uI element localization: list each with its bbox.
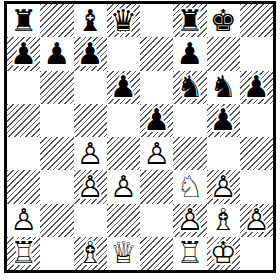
square-e5: ♟ — [140, 104, 173, 137]
square-b6 — [40, 71, 73, 104]
square-d8: ♛ — [107, 4, 140, 37]
square-a1: ♜♖ — [7, 237, 40, 270]
square-d3: ♟♙ — [107, 170, 140, 203]
square-f2: ♟♙ — [173, 204, 206, 237]
square-d1: ♛♕ — [107, 237, 140, 270]
piece-outline-layer: ♗ — [207, 204, 240, 237]
square-b4 — [40, 137, 73, 170]
white-king: ♚♔ — [207, 237, 240, 270]
piece-solid-layer: ♜ — [7, 4, 40, 37]
white-bishop: ♝♗ — [207, 204, 240, 237]
square-c5 — [74, 104, 107, 137]
square-f8: ♜ — [173, 4, 206, 37]
square-b1 — [40, 237, 73, 270]
black-pawn: ♟ — [107, 71, 140, 104]
square-g4 — [207, 137, 240, 170]
square-e1 — [140, 237, 173, 270]
piece-solid-layer: ♞ — [173, 71, 206, 104]
square-b2 — [40, 204, 73, 237]
piece-outline-layer: ♖ — [7, 237, 40, 270]
piece-solid-layer: ♛ — [107, 4, 140, 37]
square-a6 — [7, 71, 40, 104]
black-pawn: ♟ — [240, 71, 273, 104]
chess-diagram-page: ♜♝♛♜♚♟♟♟♟♟♞♞♟♟♟♟♙♟♙♟♙♟♙♞♘♟♙♟♙♟♙♝♗♟♙♜♖♝♗♛… — [0, 0, 280, 280]
square-g8: ♚ — [207, 4, 240, 37]
white-knight: ♞♘ — [173, 170, 206, 203]
square-e4: ♟♙ — [140, 137, 173, 170]
square-a8: ♜ — [7, 4, 40, 37]
piece-solid-layer: ♟ — [140, 104, 173, 137]
square-e3 — [140, 170, 173, 203]
piece-outline-layer: ♙ — [207, 170, 240, 203]
square-h4 — [240, 137, 273, 170]
piece-outline-layer: ♙ — [173, 204, 206, 237]
square-d7 — [107, 37, 140, 70]
piece-solid-layer: ♟ — [40, 37, 73, 70]
black-pawn: ♟ — [207, 104, 240, 137]
white-pawn: ♟♙ — [207, 170, 240, 203]
piece-outline-layer: ♗ — [74, 237, 107, 270]
piece-outline-layer: ♙ — [107, 170, 140, 203]
piece-outline-layer: ♙ — [74, 137, 107, 170]
black-pawn: ♟ — [173, 37, 206, 70]
piece-outline-layer: ♕ — [107, 237, 140, 270]
square-a3 — [7, 170, 40, 203]
square-a5 — [7, 104, 40, 137]
piece-solid-layer: ♟ — [240, 71, 273, 104]
square-a2: ♟♙ — [7, 204, 40, 237]
piece-outline-layer: ♖ — [173, 237, 206, 270]
square-e6 — [140, 71, 173, 104]
square-h7 — [240, 37, 273, 70]
square-b8 — [40, 4, 73, 37]
square-c6 — [74, 71, 107, 104]
square-h2: ♟♙ — [240, 204, 273, 237]
piece-outline-layer: ♙ — [74, 170, 107, 203]
piece-solid-layer: ♟ — [173, 37, 206, 70]
black-king: ♚ — [207, 4, 240, 37]
square-d6: ♟ — [107, 71, 140, 104]
square-f4 — [173, 137, 206, 170]
piece-solid-layer: ♟ — [74, 37, 107, 70]
square-b3 — [40, 170, 73, 203]
piece-outline-layer: ♘ — [173, 170, 206, 203]
black-bishop: ♝ — [74, 4, 107, 37]
square-g3: ♟♙ — [207, 170, 240, 203]
white-rook: ♜♖ — [7, 237, 40, 270]
square-g6: ♞ — [207, 71, 240, 104]
square-a7: ♟ — [7, 37, 40, 70]
black-pawn: ♟ — [40, 37, 73, 70]
square-h5 — [240, 104, 273, 137]
piece-solid-layer: ♞ — [207, 71, 240, 104]
piece-solid-layer: ♟ — [7, 37, 40, 70]
white-pawn: ♟♙ — [240, 204, 273, 237]
square-e7 — [140, 37, 173, 70]
piece-outline-layer: ♔ — [207, 237, 240, 270]
square-a4 — [7, 137, 40, 170]
white-pawn: ♟♙ — [74, 137, 107, 170]
black-pawn: ♟ — [74, 37, 107, 70]
square-e8 — [140, 4, 173, 37]
piece-solid-layer: ♜ — [173, 4, 206, 37]
black-pawn: ♟ — [7, 37, 40, 70]
white-pawn: ♟♙ — [7, 204, 40, 237]
square-g5: ♟ — [207, 104, 240, 137]
square-c4: ♟♙ — [74, 137, 107, 170]
black-rook: ♜ — [7, 4, 40, 37]
white-pawn: ♟♙ — [173, 204, 206, 237]
square-c2 — [74, 204, 107, 237]
black-knight: ♞ — [207, 71, 240, 104]
piece-outline-layer: ♙ — [7, 204, 40, 237]
square-b5 — [40, 104, 73, 137]
square-c3: ♟♙ — [74, 170, 107, 203]
square-h3 — [240, 170, 273, 203]
white-pawn: ♟♙ — [74, 170, 107, 203]
square-h8 — [240, 4, 273, 37]
square-f5 — [173, 104, 206, 137]
chess-board: ♜♝♛♜♚♟♟♟♟♟♞♞♟♟♟♟♙♟♙♟♙♟♙♞♘♟♙♟♙♟♙♝♗♟♙♜♖♝♗♛… — [4, 1, 276, 273]
piece-solid-layer: ♟ — [107, 71, 140, 104]
piece-outline-layer: ♙ — [140, 137, 173, 170]
black-pawn: ♟ — [140, 104, 173, 137]
white-queen: ♛♕ — [107, 237, 140, 270]
square-f7: ♟ — [173, 37, 206, 70]
square-g7 — [207, 37, 240, 70]
piece-solid-layer: ♚ — [207, 4, 240, 37]
square-d2 — [107, 204, 140, 237]
black-queen: ♛ — [107, 4, 140, 37]
square-f3: ♞♘ — [173, 170, 206, 203]
square-g2: ♝♗ — [207, 204, 240, 237]
white-bishop: ♝♗ — [74, 237, 107, 270]
square-c7: ♟ — [74, 37, 107, 70]
square-h1 — [240, 237, 273, 270]
white-rook: ♜♖ — [173, 237, 206, 270]
square-h6: ♟ — [240, 71, 273, 104]
square-b7: ♟ — [40, 37, 73, 70]
square-e2 — [140, 204, 173, 237]
piece-solid-layer: ♝ — [74, 4, 107, 37]
black-rook: ♜ — [173, 4, 206, 37]
white-pawn: ♟♙ — [107, 170, 140, 203]
black-knight: ♞ — [173, 71, 206, 104]
square-f6: ♞ — [173, 71, 206, 104]
square-g1: ♚♔ — [207, 237, 240, 270]
piece-outline-layer: ♙ — [240, 204, 273, 237]
square-c8: ♝ — [74, 4, 107, 37]
square-f1: ♜♖ — [173, 237, 206, 270]
piece-solid-layer: ♟ — [207, 104, 240, 137]
square-c1: ♝♗ — [74, 237, 107, 270]
white-pawn: ♟♙ — [140, 137, 173, 170]
square-d4 — [107, 137, 140, 170]
square-d5 — [107, 104, 140, 137]
